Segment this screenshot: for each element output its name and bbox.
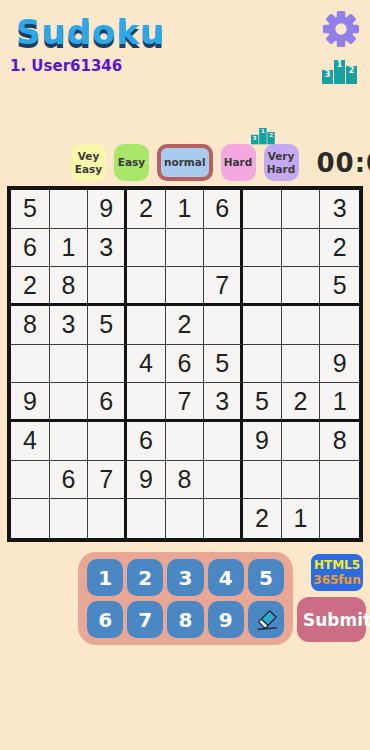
sudoku-cell-r5c1[interactable] [11, 345, 50, 384]
sudoku-cell-r1c5[interactable]: 1 [166, 190, 205, 229]
sudoku-cell-r2c1[interactable]: 6 [11, 229, 50, 268]
sudoku-cell-r1c2[interactable] [50, 190, 89, 229]
sudoku-cell-r8c3[interactable]: 7 [88, 461, 127, 500]
numpad-key-9[interactable]: 9 [208, 601, 244, 638]
sudoku-cell-r7c7[interactable]: 9 [243, 422, 282, 461]
sudoku-cell-r5c4[interactable]: 4 [127, 345, 166, 384]
difficulty-button-very-hard[interactable]: Very Hard [264, 144, 299, 181]
sudoku-cell-r7c6[interactable] [204, 422, 243, 461]
sudoku-cell-r6c7[interactable]: 5 [243, 383, 282, 422]
podium-bar-rank-3: 3 [322, 70, 333, 84]
sudoku-cell-r3c5[interactable] [166, 267, 205, 306]
sudoku-cell-r4c7[interactable] [243, 306, 282, 345]
difficulty-button-easy[interactable]: Easy [114, 144, 149, 181]
sudoku-cell-r3c8[interactable] [282, 267, 321, 306]
sudoku-cell-r8c8[interactable] [282, 461, 321, 500]
sudoku-cell-r3c2[interactable]: 8 [50, 267, 89, 306]
sudoku-cell-r3c1[interactable]: 2 [11, 267, 50, 306]
sudoku-cell-r3c9[interactable]: 5 [320, 267, 359, 306]
sudoku-cell-r6c3[interactable]: 6 [88, 383, 127, 422]
difficulty-button-hard[interactable]: Hard [221, 144, 256, 181]
sudoku-cell-r3c6[interactable]: 7 [204, 267, 243, 306]
difficulty-row: Vey EasyEasynormalHardVery Hard00:00 [71, 144, 370, 181]
number-pad: 12345 6789 [78, 552, 293, 645]
sudoku-cell-r5c2[interactable] [50, 345, 89, 384]
sudoku-cell-r7c3[interactable] [88, 422, 127, 461]
mini-podium-icon[interactable]: 312 [251, 128, 275, 144]
sudoku-cell-r2c5[interactable] [166, 229, 205, 268]
logo-line-365fun: 365fun [313, 573, 360, 588]
numpad-row-2: 6789 [87, 601, 284, 638]
sudoku-cell-r8c2[interactable]: 6 [50, 461, 89, 500]
difficulty-button-vey-easy[interactable]: Vey Easy [71, 144, 106, 181]
sudoku-cell-r6c2[interactable] [50, 383, 89, 422]
settings-gear-icon[interactable] [322, 10, 360, 48]
sudoku-cell-r1c6[interactable]: 6 [204, 190, 243, 229]
leaderboard-podium-icon[interactable]: 312 [322, 60, 357, 84]
sudoku-cell-r4c3[interactable]: 5 [88, 306, 127, 345]
sudoku-cell-r9c1[interactable] [11, 499, 50, 538]
sudoku-cell-r4c8[interactable] [282, 306, 321, 345]
podium-bar-rank-1: 1 [259, 128, 266, 144]
sudoku-cell-r6c6[interactable]: 3 [204, 383, 243, 422]
sudoku-cell-r6c8[interactable]: 2 [282, 383, 321, 422]
sudoku-cell-r6c4[interactable] [127, 383, 166, 422]
sudoku-cell-r9c2[interactable] [50, 499, 89, 538]
sudoku-cell-r7c5[interactable] [166, 422, 205, 461]
submit-button[interactable]: Submit [297, 597, 366, 642]
sudoku-cell-r6c5[interactable]: 7 [166, 383, 205, 422]
sudoku-cell-r2c9[interactable]: 2 [320, 229, 359, 268]
podium-bar-rank-3: 3 [251, 135, 258, 145]
numpad-key-1[interactable]: 1 [87, 559, 123, 596]
sudoku-cell-r4c9[interactable] [320, 306, 359, 345]
sudoku-cell-r5c3[interactable] [88, 345, 127, 384]
numpad-key-7[interactable]: 7 [127, 601, 163, 638]
sudoku-cell-r3c7[interactable] [243, 267, 282, 306]
sudoku-cell-r8c5[interactable]: 8 [166, 461, 205, 500]
sudoku-cell-r6c9[interactable]: 1 [320, 383, 359, 422]
sudoku-cell-r2c7[interactable] [243, 229, 282, 268]
sudoku-cell-r8c7[interactable] [243, 461, 282, 500]
sudoku-cell-r9c8[interactable]: 1 [282, 499, 321, 538]
sudoku-cell-r8c9[interactable] [320, 461, 359, 500]
sudoku-cell-r1c3[interactable]: 9 [88, 190, 127, 229]
podium-bar-rank-1: 1 [334, 60, 345, 84]
sudoku-cell-r1c1[interactable]: 5 [11, 190, 50, 229]
sudoku-cell-r3c3[interactable] [88, 267, 127, 306]
sudoku-cell-r8c1[interactable] [11, 461, 50, 500]
numpad-key-3[interactable]: 3 [167, 559, 203, 596]
sudoku-cell-r2c4[interactable] [127, 229, 166, 268]
sudoku-grid: 592163613228758352465996735214698679821 [7, 186, 363, 542]
page-title: Sudoku [16, 12, 165, 52]
sudoku-cell-r4c2[interactable]: 3 [50, 306, 89, 345]
sudoku-cell-r1c8[interactable] [282, 190, 321, 229]
logo-line-html5: HTML5 [314, 558, 360, 573]
sudoku-cell-r5c9[interactable]: 9 [320, 345, 359, 384]
sudoku-cell-r7c9[interactable]: 8 [320, 422, 359, 461]
sudoku-cell-r9c6[interactable] [204, 499, 243, 538]
numpad-key-6[interactable]: 6 [87, 601, 123, 638]
sudoku-cell-r8c4[interactable]: 9 [127, 461, 166, 500]
sudoku-cell-r4c5[interactable]: 2 [166, 306, 205, 345]
sudoku-cell-r7c2[interactable] [50, 422, 89, 461]
sudoku-cell-r5c8[interactable] [282, 345, 321, 384]
difficulty-button-normal[interactable]: normal [157, 144, 213, 181]
sudoku-cell-r5c5[interactable]: 6 [166, 345, 205, 384]
numpad-key-2[interactable]: 2 [127, 559, 163, 596]
podium-bar-rank-2: 2 [267, 132, 274, 144]
sudoku-cell-r9c3[interactable] [88, 499, 127, 538]
numpad-row-1: 12345 [87, 559, 284, 596]
sudoku-cell-r5c7[interactable] [243, 345, 282, 384]
sudoku-cell-r7c1[interactable]: 4 [11, 422, 50, 461]
sudoku-cell-r2c6[interactable] [204, 229, 243, 268]
sudoku-cell-r3c4[interactable] [127, 267, 166, 306]
sudoku-cell-r2c3[interactable]: 3 [88, 229, 127, 268]
sudoku-cell-r4c4[interactable] [127, 306, 166, 345]
sudoku-cell-r9c4[interactable] [127, 499, 166, 538]
sudoku-cell-r9c5[interactable] [166, 499, 205, 538]
numpad-key-4[interactable]: 4 [208, 559, 244, 596]
sudoku-cell-r2c8[interactable] [282, 229, 321, 268]
sudoku-cell-r1c9[interactable]: 3 [320, 190, 359, 229]
sudoku-cell-r9c9[interactable] [320, 499, 359, 538]
sudoku-cell-r5c6[interactable]: 5 [204, 345, 243, 384]
sudoku-cell-r1c4[interactable]: 2 [127, 190, 166, 229]
numpad-key-8[interactable]: 8 [167, 601, 203, 638]
game-timer: 00:00 [317, 148, 370, 178]
sudoku-cell-r7c8[interactable] [282, 422, 321, 461]
sudoku-cell-r6c1[interactable]: 9 [11, 383, 50, 422]
sudoku-cell-r7c4[interactable]: 6 [127, 422, 166, 461]
sudoku-cell-r4c6[interactable] [204, 306, 243, 345]
html5-365fun-logo: HTML5 365fun [311, 554, 363, 591]
sudoku-app: Sudoku 1. User61346 312 Vey EasyEasynorm… [0, 0, 370, 750]
player-rank-label: 1. User61346 [10, 57, 122, 75]
eraser-icon [254, 608, 278, 632]
sudoku-cell-r1c7[interactable] [243, 190, 282, 229]
sudoku-cell-r2c2[interactable]: 1 [50, 229, 89, 268]
podium-bar-rank-2: 2 [346, 66, 357, 84]
sudoku-cell-r8c6[interactable] [204, 461, 243, 500]
sudoku-cell-r4c1[interactable]: 8 [11, 306, 50, 345]
eraser-key[interactable] [248, 601, 284, 638]
numpad-key-5[interactable]: 5 [248, 559, 284, 596]
sudoku-cell-r9c7[interactable]: 2 [243, 499, 282, 538]
